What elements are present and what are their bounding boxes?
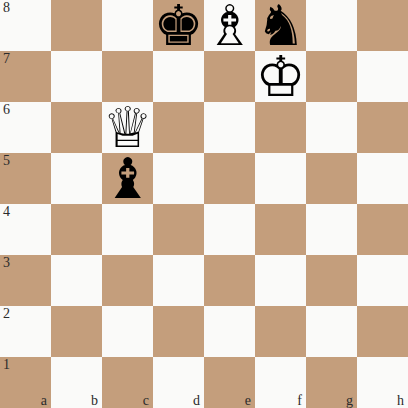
file-label-f: f bbox=[297, 393, 302, 408]
square-a6[interactable]: 6 bbox=[0, 102, 51, 153]
square-d6[interactable] bbox=[153, 102, 204, 153]
square-g5[interactable] bbox=[306, 153, 357, 204]
square-h8[interactable] bbox=[357, 0, 408, 51]
square-e5[interactable] bbox=[204, 153, 255, 204]
square-h7[interactable] bbox=[357, 51, 408, 102]
square-e2[interactable] bbox=[204, 306, 255, 357]
rank-label-5: 5 bbox=[3, 153, 10, 169]
chess-board-container: 8♚♗♞7♔6♕5♝4321abcdefgh bbox=[0, 0, 408, 408]
square-b8[interactable] bbox=[51, 0, 102, 51]
square-a4[interactable]: 4 bbox=[0, 204, 51, 255]
square-f6[interactable] bbox=[255, 102, 306, 153]
square-b6[interactable] bbox=[51, 102, 102, 153]
file-label-a: a bbox=[41, 393, 47, 408]
square-f7[interactable]: ♔ bbox=[255, 51, 306, 102]
file-label-b: b bbox=[91, 393, 98, 408]
square-h4[interactable] bbox=[357, 204, 408, 255]
file-label-e: e bbox=[245, 393, 251, 408]
square-d2[interactable] bbox=[153, 306, 204, 357]
square-a5[interactable]: 5 bbox=[0, 153, 51, 204]
square-a7[interactable]: 7 bbox=[0, 51, 51, 102]
file-label-c: c bbox=[143, 393, 149, 408]
square-d5[interactable] bbox=[153, 153, 204, 204]
square-b7[interactable] bbox=[51, 51, 102, 102]
square-g1[interactable]: g bbox=[306, 357, 357, 408]
square-b2[interactable] bbox=[51, 306, 102, 357]
square-h2[interactable] bbox=[357, 306, 408, 357]
square-b4[interactable] bbox=[51, 204, 102, 255]
square-g8[interactable] bbox=[306, 0, 357, 51]
square-g4[interactable] bbox=[306, 204, 357, 255]
file-label-g: g bbox=[346, 393, 353, 408]
square-h6[interactable] bbox=[357, 102, 408, 153]
square-h1[interactable]: h bbox=[357, 357, 408, 408]
square-d7[interactable] bbox=[153, 51, 204, 102]
file-label-d: d bbox=[193, 393, 200, 408]
square-c5[interactable]: ♝ bbox=[102, 153, 153, 204]
square-f4[interactable] bbox=[255, 204, 306, 255]
square-g2[interactable] bbox=[306, 306, 357, 357]
square-f3[interactable] bbox=[255, 255, 306, 306]
square-g7[interactable] bbox=[306, 51, 357, 102]
square-e8[interactable]: ♗ bbox=[204, 0, 255, 51]
rank-label-8: 8 bbox=[3, 0, 10, 16]
square-c1[interactable]: c bbox=[102, 357, 153, 408]
square-b1[interactable]: b bbox=[51, 357, 102, 408]
rank-label-3: 3 bbox=[3, 255, 10, 271]
square-b5[interactable] bbox=[51, 153, 102, 204]
square-h5[interactable] bbox=[357, 153, 408, 204]
piece-white-king[interactable]: ♔ bbox=[255, 51, 305, 102]
rank-label-2: 2 bbox=[3, 306, 10, 322]
chess-board: 8♚♗♞7♔6♕5♝4321abcdefgh bbox=[0, 0, 408, 408]
square-e6[interactable] bbox=[204, 102, 255, 153]
rank-label-7: 7 bbox=[3, 51, 10, 67]
square-f1[interactable]: f bbox=[255, 357, 306, 408]
square-f5[interactable] bbox=[255, 153, 306, 204]
piece-black-king[interactable]: ♚ bbox=[153, 0, 203, 51]
square-e7[interactable] bbox=[204, 51, 255, 102]
square-b3[interactable] bbox=[51, 255, 102, 306]
square-f2[interactable] bbox=[255, 306, 306, 357]
square-d8[interactable]: ♚ bbox=[153, 0, 204, 51]
file-label-h: h bbox=[397, 393, 404, 408]
square-c3[interactable] bbox=[102, 255, 153, 306]
square-c4[interactable] bbox=[102, 204, 153, 255]
square-g3[interactable] bbox=[306, 255, 357, 306]
square-a8[interactable]: 8 bbox=[0, 0, 51, 51]
square-d1[interactable]: d bbox=[153, 357, 204, 408]
square-e1[interactable]: e bbox=[204, 357, 255, 408]
square-a3[interactable]: 3 bbox=[0, 255, 51, 306]
square-c8[interactable] bbox=[102, 0, 153, 51]
piece-white-bishop[interactable]: ♗ bbox=[204, 0, 254, 51]
square-d3[interactable] bbox=[153, 255, 204, 306]
square-d4[interactable] bbox=[153, 204, 204, 255]
square-a1[interactable]: 1a bbox=[0, 357, 51, 408]
square-e4[interactable] bbox=[204, 204, 255, 255]
square-h3[interactable] bbox=[357, 255, 408, 306]
square-g6[interactable] bbox=[306, 102, 357, 153]
square-a2[interactable]: 2 bbox=[0, 306, 51, 357]
piece-black-bishop[interactable]: ♝ bbox=[102, 153, 152, 204]
rank-label-6: 6 bbox=[3, 102, 10, 118]
rank-label-1: 1 bbox=[3, 357, 10, 373]
rank-label-4: 4 bbox=[3, 204, 10, 220]
square-e3[interactable] bbox=[204, 255, 255, 306]
square-c2[interactable] bbox=[102, 306, 153, 357]
